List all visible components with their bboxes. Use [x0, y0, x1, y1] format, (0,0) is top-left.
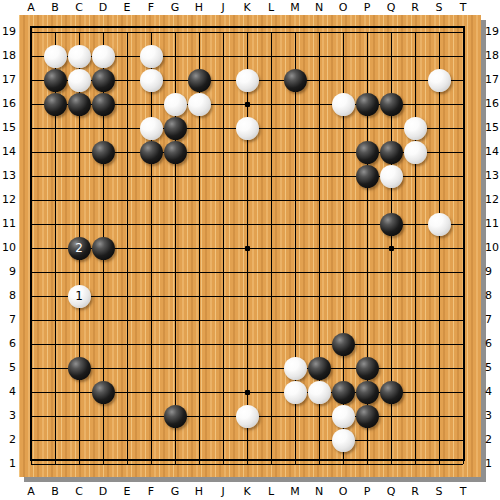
black-stone-D10[interactable] — [92, 237, 115, 260]
intersection-T16[interactable] — [451, 92, 475, 116]
intersection-K18[interactable] — [235, 44, 259, 68]
intersection-E8[interactable] — [115, 284, 139, 308]
intersection-D3[interactable] — [91, 404, 115, 428]
intersection-R16[interactable] — [403, 92, 427, 116]
white-stone-S11[interactable] — [428, 213, 451, 236]
intersection-O9[interactable] — [331, 260, 355, 284]
intersection-O16[interactable] — [331, 92, 355, 116]
intersection-B9[interactable] — [43, 260, 67, 284]
intersection-O15[interactable] — [331, 116, 355, 140]
intersection-A7[interactable] — [19, 308, 43, 332]
intersection-A17[interactable] — [19, 68, 43, 92]
intersection-G8[interactable] — [163, 284, 187, 308]
intersection-O19[interactable] — [331, 20, 355, 44]
intersection-H11[interactable] — [187, 212, 211, 236]
intersection-K9[interactable] — [235, 260, 259, 284]
intersection-E15[interactable] — [115, 116, 139, 140]
intersection-J10[interactable] — [211, 236, 235, 260]
intersection-S17[interactable] — [427, 68, 451, 92]
intersection-H18[interactable] — [187, 44, 211, 68]
intersection-S12[interactable] — [427, 188, 451, 212]
intersection-T11[interactable] — [451, 212, 475, 236]
intersection-H16[interactable] — [187, 92, 211, 116]
intersection-E6[interactable] — [115, 332, 139, 356]
intersection-Q10[interactable] — [379, 236, 403, 260]
intersection-S1[interactable] — [427, 452, 451, 476]
intersection-F10[interactable] — [139, 236, 163, 260]
intersection-Q2[interactable] — [379, 428, 403, 452]
intersection-J15[interactable] — [211, 116, 235, 140]
intersection-G9[interactable] — [163, 260, 187, 284]
intersection-G2[interactable] — [163, 428, 187, 452]
intersection-T4[interactable] — [451, 380, 475, 404]
white-stone-C8[interactable]: 1 — [68, 285, 91, 308]
intersection-D1[interactable] — [91, 452, 115, 476]
intersection-C4[interactable] — [67, 380, 91, 404]
intersection-J18[interactable] — [211, 44, 235, 68]
black-stone-Q11[interactable] — [380, 213, 403, 236]
intersection-J14[interactable] — [211, 140, 235, 164]
intersection-C18[interactable] — [67, 44, 91, 68]
intersection-D15[interactable] — [91, 116, 115, 140]
intersection-F19[interactable] — [139, 20, 163, 44]
intersection-G11[interactable] — [163, 212, 187, 236]
intersection-F16[interactable] — [139, 92, 163, 116]
black-stone-N5[interactable] — [308, 357, 331, 380]
intersection-M14[interactable] — [283, 140, 307, 164]
intersection-J12[interactable] — [211, 188, 235, 212]
intersection-K14[interactable] — [235, 140, 259, 164]
intersection-D13[interactable] — [91, 164, 115, 188]
intersection-J8[interactable] — [211, 284, 235, 308]
black-stone-C5[interactable] — [68, 357, 91, 380]
white-stone-K3[interactable] — [236, 405, 259, 428]
intersection-J4[interactable] — [211, 380, 235, 404]
intersection-J3[interactable] — [211, 404, 235, 428]
intersection-J5[interactable] — [211, 356, 235, 380]
intersection-C10[interactable]: 2 — [67, 236, 91, 260]
intersection-E2[interactable] — [115, 428, 139, 452]
intersection-A9[interactable] — [19, 260, 43, 284]
intersection-H5[interactable] — [187, 356, 211, 380]
intersection-F13[interactable] — [139, 164, 163, 188]
intersection-E3[interactable] — [115, 404, 139, 428]
intersection-E9[interactable] — [115, 260, 139, 284]
white-stone-S17[interactable] — [428, 69, 451, 92]
intersection-J11[interactable] — [211, 212, 235, 236]
intersection-K7[interactable] — [235, 308, 259, 332]
intersection-P12[interactable] — [355, 188, 379, 212]
intersection-A8[interactable] — [19, 284, 43, 308]
intersection-L12[interactable] — [259, 188, 283, 212]
white-stone-R15[interactable] — [404, 117, 427, 140]
intersection-O1[interactable] — [331, 452, 355, 476]
intersection-G15[interactable] — [163, 116, 187, 140]
intersection-T6[interactable] — [451, 332, 475, 356]
intersection-L11[interactable] — [259, 212, 283, 236]
intersection-M4[interactable] — [283, 380, 307, 404]
intersection-B7[interactable] — [43, 308, 67, 332]
intersection-K11[interactable] — [235, 212, 259, 236]
intersection-N15[interactable] — [307, 116, 331, 140]
intersection-P6[interactable] — [355, 332, 379, 356]
intersection-Q7[interactable] — [379, 308, 403, 332]
intersection-F14[interactable] — [139, 140, 163, 164]
intersection-J13[interactable] — [211, 164, 235, 188]
intersection-B1[interactable] — [43, 452, 67, 476]
intersection-C7[interactable] — [67, 308, 91, 332]
intersection-T3[interactable] — [451, 404, 475, 428]
intersection-S9[interactable] — [427, 260, 451, 284]
intersection-L5[interactable] — [259, 356, 283, 380]
intersection-A6[interactable] — [19, 332, 43, 356]
intersection-S8[interactable] — [427, 284, 451, 308]
white-stone-N4[interactable] — [308, 381, 331, 404]
black-stone-B17[interactable] — [44, 69, 67, 92]
intersection-B16[interactable] — [43, 92, 67, 116]
white-stone-Q13[interactable] — [380, 165, 403, 188]
intersection-N2[interactable] — [307, 428, 331, 452]
intersection-N10[interactable] — [307, 236, 331, 260]
intersection-R13[interactable] — [403, 164, 427, 188]
intersection-L8[interactable] — [259, 284, 283, 308]
intersection-E18[interactable] — [115, 44, 139, 68]
white-stone-F15[interactable] — [140, 117, 163, 140]
intersection-K3[interactable] — [235, 404, 259, 428]
intersection-L7[interactable] — [259, 308, 283, 332]
intersection-Q14[interactable] — [379, 140, 403, 164]
white-stone-H16[interactable] — [188, 93, 211, 116]
intersection-P18[interactable] — [355, 44, 379, 68]
intersection-L9[interactable] — [259, 260, 283, 284]
intersection-G17[interactable] — [163, 68, 187, 92]
intersection-T19[interactable] — [451, 20, 475, 44]
intersection-D8[interactable] — [91, 284, 115, 308]
black-stone-P5[interactable] — [356, 357, 379, 380]
intersection-H9[interactable] — [187, 260, 211, 284]
intersection-E5[interactable] — [115, 356, 139, 380]
intersection-A10[interactable] — [19, 236, 43, 260]
intersection-M19[interactable] — [283, 20, 307, 44]
intersection-P16[interactable] — [355, 92, 379, 116]
intersection-E10[interactable] — [115, 236, 139, 260]
intersection-P9[interactable] — [355, 260, 379, 284]
intersection-C1[interactable] — [67, 452, 91, 476]
intersection-P14[interactable] — [355, 140, 379, 164]
white-stone-K17[interactable] — [236, 69, 259, 92]
intersection-J7[interactable] — [211, 308, 235, 332]
black-stone-G3[interactable] — [164, 405, 187, 428]
intersection-A14[interactable] — [19, 140, 43, 164]
intersection-H4[interactable] — [187, 380, 211, 404]
intersection-P5[interactable] — [355, 356, 379, 380]
intersection-Q6[interactable] — [379, 332, 403, 356]
intersection-G16[interactable] — [163, 92, 187, 116]
white-stone-O16[interactable] — [332, 93, 355, 116]
intersection-N19[interactable] — [307, 20, 331, 44]
intersection-H7[interactable] — [187, 308, 211, 332]
intersection-M8[interactable] — [283, 284, 307, 308]
intersection-J19[interactable] — [211, 20, 235, 44]
intersection-J16[interactable] — [211, 92, 235, 116]
white-stone-C17[interactable] — [68, 69, 91, 92]
intersection-H1[interactable] — [187, 452, 211, 476]
black-stone-G15[interactable] — [164, 117, 187, 140]
intersection-M10[interactable] — [283, 236, 307, 260]
intersection-A3[interactable] — [19, 404, 43, 428]
intersection-Q17[interactable] — [379, 68, 403, 92]
intersection-G10[interactable] — [163, 236, 187, 260]
intersection-C5[interactable] — [67, 356, 91, 380]
white-stone-O3[interactable] — [332, 405, 355, 428]
intersection-R4[interactable] — [403, 380, 427, 404]
intersection-G7[interactable] — [163, 308, 187, 332]
intersection-O5[interactable] — [331, 356, 355, 380]
intersection-Q12[interactable] — [379, 188, 403, 212]
black-stone-M17[interactable] — [284, 69, 307, 92]
intersection-Q4[interactable] — [379, 380, 403, 404]
intersection-S3[interactable] — [427, 404, 451, 428]
intersection-A5[interactable] — [19, 356, 43, 380]
intersection-E14[interactable] — [115, 140, 139, 164]
intersection-O13[interactable] — [331, 164, 355, 188]
intersection-K17[interactable] — [235, 68, 259, 92]
intersection-A1[interactable] — [19, 452, 43, 476]
intersection-K12[interactable] — [235, 188, 259, 212]
intersection-Q5[interactable] — [379, 356, 403, 380]
intersection-O14[interactable] — [331, 140, 355, 164]
intersection-R3[interactable] — [403, 404, 427, 428]
intersection-H10[interactable] — [187, 236, 211, 260]
intersection-H17[interactable] — [187, 68, 211, 92]
intersection-F18[interactable] — [139, 44, 163, 68]
black-stone-Q4[interactable] — [380, 381, 403, 404]
intersection-D9[interactable] — [91, 260, 115, 284]
intersection-T17[interactable] — [451, 68, 475, 92]
intersection-G5[interactable] — [163, 356, 187, 380]
intersection-M13[interactable] — [283, 164, 307, 188]
intersection-A18[interactable] — [19, 44, 43, 68]
intersection-P3[interactable] — [355, 404, 379, 428]
intersection-S13[interactable] — [427, 164, 451, 188]
intersection-C12[interactable] — [67, 188, 91, 212]
intersection-N1[interactable] — [307, 452, 331, 476]
intersection-E11[interactable] — [115, 212, 139, 236]
intersection-E13[interactable] — [115, 164, 139, 188]
intersection-R5[interactable] — [403, 356, 427, 380]
intersection-H13[interactable] — [187, 164, 211, 188]
intersection-M6[interactable] — [283, 332, 307, 356]
intersection-D10[interactable] — [91, 236, 115, 260]
intersection-P19[interactable] — [355, 20, 379, 44]
black-stone-P16[interactable] — [356, 93, 379, 116]
intersection-A12[interactable] — [19, 188, 43, 212]
intersection-A2[interactable] — [19, 428, 43, 452]
intersection-T9[interactable] — [451, 260, 475, 284]
intersection-B8[interactable] — [43, 284, 67, 308]
intersection-P13[interactable] — [355, 164, 379, 188]
black-stone-D4[interactable] — [92, 381, 115, 404]
intersection-N8[interactable] — [307, 284, 331, 308]
intersection-H12[interactable] — [187, 188, 211, 212]
intersection-C3[interactable] — [67, 404, 91, 428]
intersection-T13[interactable] — [451, 164, 475, 188]
intersection-F5[interactable] — [139, 356, 163, 380]
intersection-D19[interactable] — [91, 20, 115, 44]
intersection-L13[interactable] — [259, 164, 283, 188]
white-stone-F18[interactable] — [140, 45, 163, 68]
intersection-Q15[interactable] — [379, 116, 403, 140]
intersection-T5[interactable] — [451, 356, 475, 380]
white-stone-G16[interactable] — [164, 93, 187, 116]
intersection-S18[interactable] — [427, 44, 451, 68]
white-stone-R14[interactable] — [404, 141, 427, 164]
intersection-G18[interactable] — [163, 44, 187, 68]
black-stone-O6[interactable] — [332, 333, 355, 356]
intersection-N5[interactable] — [307, 356, 331, 380]
intersection-O18[interactable] — [331, 44, 355, 68]
intersection-N17[interactable] — [307, 68, 331, 92]
intersection-B11[interactable] — [43, 212, 67, 236]
intersection-K13[interactable] — [235, 164, 259, 188]
intersection-R2[interactable] — [403, 428, 427, 452]
intersection-S11[interactable] — [427, 212, 451, 236]
intersection-M9[interactable] — [283, 260, 307, 284]
black-stone-P14[interactable] — [356, 141, 379, 164]
intersection-N7[interactable] — [307, 308, 331, 332]
intersection-R11[interactable] — [403, 212, 427, 236]
intersection-Q11[interactable] — [379, 212, 403, 236]
intersection-F6[interactable] — [139, 332, 163, 356]
intersection-E7[interactable] — [115, 308, 139, 332]
intersection-F17[interactable] — [139, 68, 163, 92]
intersection-K4[interactable] — [235, 380, 259, 404]
intersection-H14[interactable] — [187, 140, 211, 164]
intersection-B15[interactable] — [43, 116, 67, 140]
intersection-D5[interactable] — [91, 356, 115, 380]
intersection-Q13[interactable] — [379, 164, 403, 188]
intersection-P15[interactable] — [355, 116, 379, 140]
black-stone-Q14[interactable] — [380, 141, 403, 164]
intersection-M15[interactable] — [283, 116, 307, 140]
black-stone-C16[interactable] — [68, 93, 91, 116]
intersection-B19[interactable] — [43, 20, 67, 44]
intersection-P10[interactable] — [355, 236, 379, 260]
intersection-C17[interactable] — [67, 68, 91, 92]
intersection-N18[interactable] — [307, 44, 331, 68]
intersection-F12[interactable] — [139, 188, 163, 212]
intersection-K6[interactable] — [235, 332, 259, 356]
white-stone-M5[interactable] — [284, 357, 307, 380]
intersection-O3[interactable] — [331, 404, 355, 428]
intersection-O10[interactable] — [331, 236, 355, 260]
black-stone-O4[interactable] — [332, 381, 355, 404]
intersection-G1[interactable] — [163, 452, 187, 476]
intersection-T14[interactable] — [451, 140, 475, 164]
intersection-T2[interactable] — [451, 428, 475, 452]
white-stone-B18[interactable] — [44, 45, 67, 68]
black-stone-Q16[interactable] — [380, 93, 403, 116]
intersection-T12[interactable] — [451, 188, 475, 212]
intersection-C9[interactable] — [67, 260, 91, 284]
intersection-B13[interactable] — [43, 164, 67, 188]
intersection-M18[interactable] — [283, 44, 307, 68]
intersection-Q16[interactable] — [379, 92, 403, 116]
intersection-J6[interactable] — [211, 332, 235, 356]
intersection-F1[interactable] — [139, 452, 163, 476]
intersection-D17[interactable] — [91, 68, 115, 92]
intersection-D4[interactable] — [91, 380, 115, 404]
intersection-F15[interactable] — [139, 116, 163, 140]
black-stone-F14[interactable] — [140, 141, 163, 164]
intersection-H8[interactable] — [187, 284, 211, 308]
black-stone-B16[interactable] — [44, 93, 67, 116]
intersection-P4[interactable] — [355, 380, 379, 404]
intersection-L4[interactable] — [259, 380, 283, 404]
intersection-N9[interactable] — [307, 260, 331, 284]
intersection-E1[interactable] — [115, 452, 139, 476]
intersection-S14[interactable] — [427, 140, 451, 164]
intersection-G14[interactable] — [163, 140, 187, 164]
intersection-B4[interactable] — [43, 380, 67, 404]
intersection-R9[interactable] — [403, 260, 427, 284]
black-stone-D16[interactable] — [92, 93, 115, 116]
intersection-N14[interactable] — [307, 140, 331, 164]
black-stone-P3[interactable] — [356, 405, 379, 428]
intersection-O11[interactable] — [331, 212, 355, 236]
intersection-C13[interactable] — [67, 164, 91, 188]
intersection-C19[interactable] — [67, 20, 91, 44]
intersection-J17[interactable] — [211, 68, 235, 92]
intersection-S19[interactable] — [427, 20, 451, 44]
intersection-G19[interactable] — [163, 20, 187, 44]
intersection-R7[interactable] — [403, 308, 427, 332]
intersection-A16[interactable] — [19, 92, 43, 116]
intersection-S5[interactable] — [427, 356, 451, 380]
intersection-A13[interactable] — [19, 164, 43, 188]
intersection-G3[interactable] — [163, 404, 187, 428]
intersection-K19[interactable] — [235, 20, 259, 44]
intersection-K1[interactable] — [235, 452, 259, 476]
intersection-M16[interactable] — [283, 92, 307, 116]
intersection-J1[interactable] — [211, 452, 235, 476]
intersection-F11[interactable] — [139, 212, 163, 236]
intersection-O4[interactable] — [331, 380, 355, 404]
intersection-E4[interactable] — [115, 380, 139, 404]
intersection-C16[interactable] — [67, 92, 91, 116]
intersection-T18[interactable] — [451, 44, 475, 68]
intersection-H19[interactable] — [187, 20, 211, 44]
intersection-B14[interactable] — [43, 140, 67, 164]
intersection-H6[interactable] — [187, 332, 211, 356]
intersection-L14[interactable] — [259, 140, 283, 164]
white-stone-F17[interactable] — [140, 69, 163, 92]
intersection-R19[interactable] — [403, 20, 427, 44]
black-stone-C10[interactable]: 2 — [68, 237, 91, 260]
intersection-O12[interactable] — [331, 188, 355, 212]
intersection-S15[interactable] — [427, 116, 451, 140]
intersection-O6[interactable] — [331, 332, 355, 356]
intersection-N3[interactable] — [307, 404, 331, 428]
intersection-Q1[interactable] — [379, 452, 403, 476]
intersection-N11[interactable] — [307, 212, 331, 236]
intersection-O2[interactable] — [331, 428, 355, 452]
intersection-S2[interactable] — [427, 428, 451, 452]
intersection-Q18[interactable] — [379, 44, 403, 68]
intersection-T15[interactable] — [451, 116, 475, 140]
intersection-B10[interactable] — [43, 236, 67, 260]
intersection-S7[interactable] — [427, 308, 451, 332]
